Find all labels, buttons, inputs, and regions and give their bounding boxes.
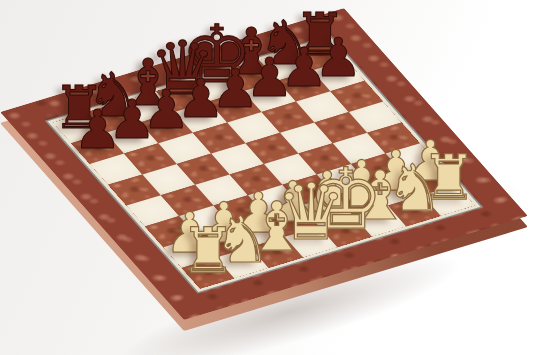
chess-photo-scene: ♜♞♝♛♚♝♞♜♟♟♟♟♟♟♟♟♟♟♟♟♟♟♟♟♜♞♝♛♚♝♞♜ [0,0,533,355]
white-rook-a1[interactable]: ♜ [180,220,236,282]
black-pawn-a7[interactable]: ♟ [74,104,122,158]
